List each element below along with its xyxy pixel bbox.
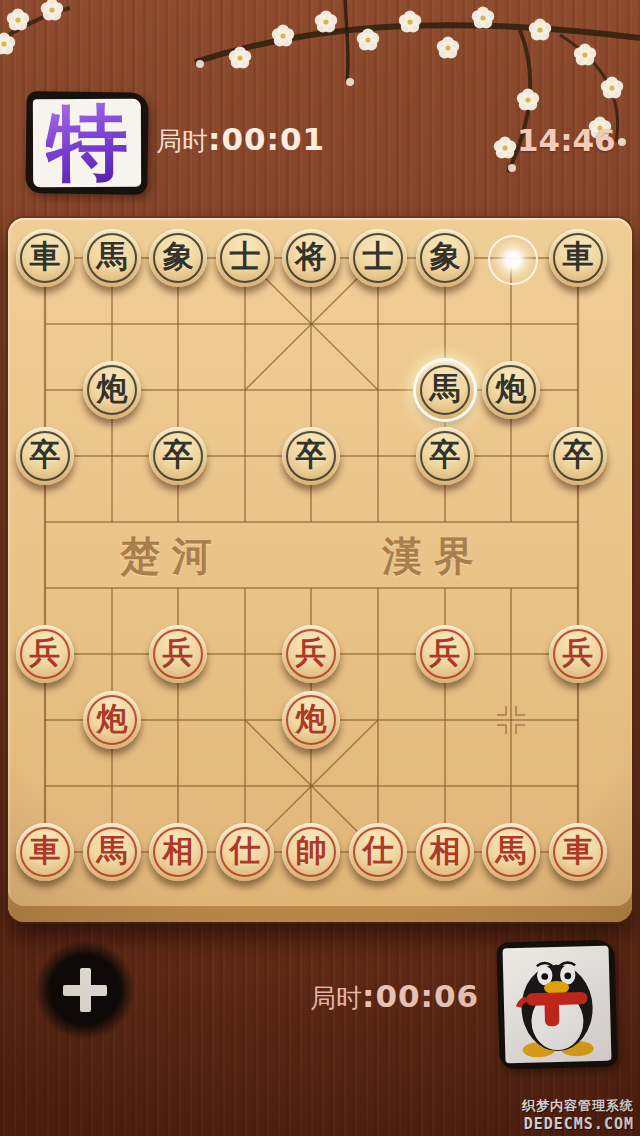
piece-glyph: 卒 bbox=[163, 434, 194, 476]
piece-glyph: 馬 bbox=[430, 368, 461, 410]
piece-glyph: 馬 bbox=[97, 236, 128, 278]
piece-black-soldier[interactable]: 卒 bbox=[149, 427, 207, 485]
piece-red-general[interactable]: 帥 bbox=[282, 823, 340, 881]
piece-red-elephant[interactable]: 相 bbox=[149, 823, 207, 881]
piece-red-advisor[interactable]: 仕 bbox=[349, 823, 407, 881]
site-watermark: 织梦内容管理系统 DEDECMS.COM bbox=[522, 1097, 634, 1133]
black-game-timer: 局时:00:01 bbox=[156, 121, 325, 159]
watermark-line1: 织梦内容管理系统 bbox=[522, 1097, 634, 1115]
piece-glyph: 士 bbox=[230, 236, 261, 278]
system-clock: 14:46 bbox=[517, 122, 616, 158]
piece-red-elephant[interactable]: 相 bbox=[416, 823, 474, 881]
piece-glyph: 仕 bbox=[363, 830, 394, 872]
red-game-timer: 局时:00:06 bbox=[310, 978, 479, 1016]
piece-black-soldier[interactable]: 卒 bbox=[549, 427, 607, 485]
piece-glyph: 卒 bbox=[296, 434, 327, 476]
piece-glyph: 将 bbox=[296, 236, 327, 278]
piece-glyph: 兵 bbox=[296, 632, 327, 674]
piece-glyph: 兵 bbox=[563, 632, 594, 674]
piece-black-chariot[interactable]: 車 bbox=[16, 229, 74, 287]
piece-layer: 車馬象士将士象車炮馬炮卒卒卒卒卒兵兵兵兵兵炮炮車馬相仕帥仕相馬車 bbox=[8, 218, 632, 922]
piece-glyph: 馬 bbox=[496, 830, 527, 872]
piece-glyph: 炮 bbox=[496, 368, 527, 410]
timer-label: 局时 bbox=[156, 126, 208, 156]
qq-penguin-icon bbox=[508, 950, 607, 1058]
player-avatar[interactable] bbox=[496, 939, 617, 1069]
piece-black-chariot[interactable]: 車 bbox=[549, 229, 607, 287]
badge-paper: 特 bbox=[33, 99, 141, 187]
piece-glyph: 相 bbox=[430, 830, 461, 872]
piece-glyph: 仕 bbox=[230, 830, 261, 872]
piece-glyph: 卒 bbox=[430, 434, 461, 476]
piece-glyph: 車 bbox=[30, 236, 61, 278]
piece-glyph: 兵 bbox=[430, 632, 461, 674]
piece-red-soldier[interactable]: 兵 bbox=[16, 625, 74, 683]
piece-black-soldier[interactable]: 卒 bbox=[282, 427, 340, 485]
piece-glyph: 炮 bbox=[97, 368, 128, 410]
game-screen: 特 局时:00:01 14:46 楚河 漢界 車馬象士将士象車炮馬炮卒卒卒卒卒兵… bbox=[0, 0, 640, 1136]
piece-black-soldier[interactable]: 卒 bbox=[16, 427, 74, 485]
plus-icon bbox=[80, 968, 91, 1012]
watermark-line2: DEDECMS.COM bbox=[522, 1115, 634, 1133]
piece-glyph: 炮 bbox=[296, 698, 327, 740]
piece-glyph: 帥 bbox=[296, 830, 327, 872]
avatar-paper bbox=[503, 946, 612, 1064]
piece-red-advisor[interactable]: 仕 bbox=[216, 823, 274, 881]
piece-black-soldier[interactable]: 卒 bbox=[416, 427, 474, 485]
opponent-level-badge[interactable]: 特 bbox=[25, 91, 148, 195]
piece-red-cannon[interactable]: 炮 bbox=[282, 691, 340, 749]
piece-red-cannon[interactable]: 炮 bbox=[83, 691, 141, 749]
piece-black-horse[interactable]: 馬 bbox=[83, 229, 141, 287]
piece-red-horse[interactable]: 馬 bbox=[482, 823, 540, 881]
piece-glyph: 士 bbox=[363, 236, 394, 278]
xiangqi-board[interactable]: 楚河 漢界 車馬象士将士象車炮馬炮卒卒卒卒卒兵兵兵兵兵炮炮車馬相仕帥仕相馬車 bbox=[8, 218, 632, 922]
piece-glyph: 卒 bbox=[563, 434, 594, 476]
piece-red-soldier[interactable]: 兵 bbox=[149, 625, 207, 683]
piece-glyph: 象 bbox=[163, 236, 194, 278]
piece-red-soldier[interactable]: 兵 bbox=[549, 625, 607, 683]
piece-glyph: 卒 bbox=[30, 434, 61, 476]
piece-black-horse[interactable]: 馬 bbox=[416, 361, 474, 419]
piece-red-soldier[interactable]: 兵 bbox=[416, 625, 474, 683]
timer-value: :00:06 bbox=[362, 978, 479, 1014]
piece-glyph: 兵 bbox=[30, 632, 61, 674]
piece-glyph: 馬 bbox=[97, 830, 128, 872]
level-character: 特 bbox=[46, 102, 128, 184]
piece-black-advisor[interactable]: 士 bbox=[216, 229, 274, 287]
piece-glyph: 車 bbox=[30, 830, 61, 872]
piece-red-soldier[interactable]: 兵 bbox=[282, 625, 340, 683]
piece-black-elephant[interactable]: 象 bbox=[416, 229, 474, 287]
last-move-origin-marker bbox=[488, 235, 538, 285]
piece-black-advisor[interactable]: 士 bbox=[349, 229, 407, 287]
piece-glyph: 車 bbox=[563, 830, 594, 872]
timer-label: 局时 bbox=[310, 983, 362, 1013]
piece-red-horse[interactable]: 馬 bbox=[83, 823, 141, 881]
timer-value: :00:01 bbox=[208, 121, 325, 157]
piece-glyph: 車 bbox=[563, 236, 594, 278]
piece-black-cannon[interactable]: 炮 bbox=[83, 361, 141, 419]
piece-glyph: 象 bbox=[430, 236, 461, 278]
piece-glyph: 兵 bbox=[163, 632, 194, 674]
piece-red-chariot[interactable]: 車 bbox=[16, 823, 74, 881]
piece-glyph: 炮 bbox=[97, 698, 128, 740]
piece-black-general[interactable]: 将 bbox=[282, 229, 340, 287]
piece-glyph: 相 bbox=[163, 830, 194, 872]
add-button[interactable] bbox=[35, 940, 135, 1040]
piece-red-chariot[interactable]: 車 bbox=[549, 823, 607, 881]
piece-black-elephant[interactable]: 象 bbox=[149, 229, 207, 287]
piece-black-cannon[interactable]: 炮 bbox=[482, 361, 540, 419]
